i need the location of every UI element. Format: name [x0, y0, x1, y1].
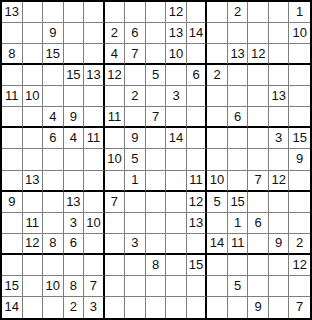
- cell-r5c6-empty[interactable]: [105, 86, 126, 107]
- cell-r1c9-given[interactable]: 12: [166, 2, 187, 23]
- cell-r11c10-given[interactable]: 13: [187, 213, 208, 234]
- cell-r5c15-empty[interactable]: [289, 86, 310, 107]
- cell-r4c14-empty[interactable]: [269, 65, 290, 86]
- cell-r2c1-empty[interactable]: [2, 23, 23, 44]
- cell-r15c4-given[interactable]: 2: [64, 297, 85, 318]
- cell-r11c12-given[interactable]: 1: [228, 213, 249, 234]
- cell-r2c3-given[interactable]: 9: [43, 23, 64, 44]
- cell-r8c14-empty[interactable]: [269, 149, 290, 170]
- cell-r10c4-given[interactable]: 13: [64, 192, 85, 213]
- cell-r6c6-given[interactable]: 11: [105, 107, 126, 128]
- cell-r14c1-given[interactable]: 15: [2, 276, 23, 297]
- cell-r4c2-empty[interactable]: [23, 65, 44, 86]
- cell-r7c11-empty[interactable]: [207, 128, 228, 149]
- cell-r15c3-empty[interactable]: [43, 297, 64, 318]
- cell-r10c11-given[interactable]: 5: [207, 192, 228, 213]
- cell-r6c1-empty[interactable]: [2, 107, 23, 128]
- cell-r9c8-empty[interactable]: [146, 171, 167, 192]
- cell-r15c9-empty[interactable]: [166, 297, 187, 318]
- cell-r14c15-empty[interactable]: [289, 276, 310, 297]
- cell-r14c10-empty[interactable]: [187, 276, 208, 297]
- cell-r3c8-empty[interactable]: [146, 44, 167, 65]
- cell-r8c7-given[interactable]: 5: [125, 149, 146, 170]
- cell-r13c6-empty[interactable]: [105, 255, 126, 276]
- cell-r10c5-empty[interactable]: [84, 192, 105, 213]
- cell-r13c9-empty[interactable]: [166, 255, 187, 276]
- cell-r8c3-empty[interactable]: [43, 149, 64, 170]
- cell-r10c12-given[interactable]: 15: [228, 192, 249, 213]
- cell-r5c5-empty[interactable]: [84, 86, 105, 107]
- cell-r3c15-empty[interactable]: [289, 44, 310, 65]
- cell-r15c7-empty[interactable]: [125, 297, 146, 318]
- cell-r7c3-given[interactable]: 6: [43, 128, 64, 149]
- cell-r2c9-given[interactable]: 13: [166, 23, 187, 44]
- cell-r2c13-empty[interactable]: [248, 23, 269, 44]
- cell-r3c7-given[interactable]: 7: [125, 44, 146, 65]
- cell-r10c14-empty[interactable]: [269, 192, 290, 213]
- cell-r7c2-empty[interactable]: [23, 128, 44, 149]
- cell-r12c3-given[interactable]: 8: [43, 234, 64, 255]
- cell-r9c2-given[interactable]: 13: [23, 171, 44, 192]
- cell-r3c5-empty[interactable]: [84, 44, 105, 65]
- cell-r12c13-empty[interactable]: [248, 234, 269, 255]
- cell-r14c8-empty[interactable]: [146, 276, 167, 297]
- cell-r10c8-empty[interactable]: [146, 192, 167, 213]
- cell-r13c14-empty[interactable]: [269, 255, 290, 276]
- cell-r5c12-empty[interactable]: [228, 86, 249, 107]
- cell-r1c7-empty[interactable]: [125, 2, 146, 23]
- cell-r11c3-empty[interactable]: [43, 213, 64, 234]
- cell-r13c7-empty[interactable]: [125, 255, 146, 276]
- cell-r14c3-given[interactable]: 10: [43, 276, 64, 297]
- cell-r4c6-given[interactable]: 12: [105, 65, 126, 86]
- cell-r15c12-empty[interactable]: [228, 297, 249, 318]
- cell-r7c5-given[interactable]: 11: [84, 128, 105, 149]
- cell-r5c1-given[interactable]: 11: [2, 86, 23, 107]
- cell-r10c10-given[interactable]: 12: [187, 192, 208, 213]
- cell-r4c10-given[interactable]: 6: [187, 65, 208, 86]
- cell-r1c15-given[interactable]: 1: [289, 2, 310, 23]
- cell-r11c5-given[interactable]: 10: [84, 213, 105, 234]
- cell-r6c4-given[interactable]: 9: [64, 107, 85, 128]
- cell-r11c9-empty[interactable]: [166, 213, 187, 234]
- cell-r13c13-empty[interactable]: [248, 255, 269, 276]
- cell-r3c6-given[interactable]: 4: [105, 44, 126, 65]
- cell-r1c12-given[interactable]: 2: [228, 2, 249, 23]
- cell-r15c8-empty[interactable]: [146, 297, 167, 318]
- cell-r6c14-empty[interactable]: [269, 107, 290, 128]
- cell-r5c7-given[interactable]: 2: [125, 86, 146, 107]
- cell-r4c7-empty[interactable]: [125, 65, 146, 86]
- cell-r6c5-empty[interactable]: [84, 107, 105, 128]
- cell-r13c2-empty[interactable]: [23, 255, 44, 276]
- cell-r12c10-empty[interactable]: [187, 234, 208, 255]
- cell-r7c9-given[interactable]: 14: [166, 128, 187, 149]
- cell-r4c4-given[interactable]: 15: [64, 65, 85, 86]
- cell-r11c6-empty[interactable]: [105, 213, 126, 234]
- cell-r10c3-empty[interactable]: [43, 192, 64, 213]
- cell-r13c1-empty[interactable]: [2, 255, 23, 276]
- cell-r1c2-empty[interactable]: [23, 2, 44, 23]
- cell-r12c7-given[interactable]: 3: [125, 234, 146, 255]
- cell-r15c6-empty[interactable]: [105, 297, 126, 318]
- cell-r14c2-empty[interactable]: [23, 276, 44, 297]
- cell-r8c12-empty[interactable]: [228, 149, 249, 170]
- cell-r1c1-given[interactable]: 13: [2, 2, 23, 23]
- cell-r4c8-given[interactable]: 5: [146, 65, 167, 86]
- cell-r15c5-given[interactable]: 3: [84, 297, 105, 318]
- cell-r7c13-empty[interactable]: [248, 128, 269, 149]
- cell-r3c14-empty[interactable]: [269, 44, 290, 65]
- cell-r3c11-empty[interactable]: [207, 44, 228, 65]
- cell-r12c15-given[interactable]: 2: [289, 234, 310, 255]
- cell-r1c6-empty[interactable]: [105, 2, 126, 23]
- cell-r10c9-empty[interactable]: [166, 192, 187, 213]
- cell-r8c15-given[interactable]: 9: [289, 149, 310, 170]
- cell-r2c4-empty[interactable]: [64, 23, 85, 44]
- cell-r15c10-empty[interactable]: [187, 297, 208, 318]
- cell-r13c11-empty[interactable]: [207, 255, 228, 276]
- cell-r8c10-empty[interactable]: [187, 149, 208, 170]
- cell-r5c3-empty[interactable]: [43, 86, 64, 107]
- cell-r9c9-empty[interactable]: [166, 171, 187, 192]
- cell-r11c1-empty[interactable]: [2, 213, 23, 234]
- cell-r13c4-empty[interactable]: [64, 255, 85, 276]
- cell-r7c15-given[interactable]: 15: [289, 128, 310, 149]
- cell-r5c4-empty[interactable]: [64, 86, 85, 107]
- cell-r6c15-empty[interactable]: [289, 107, 310, 128]
- cell-r4c3-empty[interactable]: [43, 65, 64, 86]
- cell-r13c3-empty[interactable]: [43, 255, 64, 276]
- cell-r8c11-empty[interactable]: [207, 149, 228, 170]
- cell-r9c5-empty[interactable]: [84, 171, 105, 192]
- cell-r11c15-empty[interactable]: [289, 213, 310, 234]
- cell-r14c12-given[interactable]: 5: [228, 276, 249, 297]
- cell-r4c5-given[interactable]: 13: [84, 65, 105, 86]
- cell-r3c3-given[interactable]: 15: [43, 44, 64, 65]
- cell-r8c9-empty[interactable]: [166, 149, 187, 170]
- cell-r5c8-empty[interactable]: [146, 86, 167, 107]
- cell-r2c11-empty[interactable]: [207, 23, 228, 44]
- cell-r9c13-given[interactable]: 7: [248, 171, 269, 192]
- cell-r12c14-given[interactable]: 9: [269, 234, 290, 255]
- cell-r6c11-empty[interactable]: [207, 107, 228, 128]
- cell-r3c13-given[interactable]: 12: [248, 44, 269, 65]
- cell-r6c10-empty[interactable]: [187, 107, 208, 128]
- cell-r1c8-empty[interactable]: [146, 2, 167, 23]
- cell-r2c15-given[interactable]: 10: [289, 23, 310, 44]
- cell-r10c13-empty[interactable]: [248, 192, 269, 213]
- cell-r1c5-empty[interactable]: [84, 2, 105, 23]
- cell-r4c11-given[interactable]: 2: [207, 65, 228, 86]
- cell-r5c13-empty[interactable]: [248, 86, 269, 107]
- cell-r10c2-empty[interactable]: [23, 192, 44, 213]
- cell-r4c12-empty[interactable]: [228, 65, 249, 86]
- cell-r9c10-given[interactable]: 11: [187, 171, 208, 192]
- cell-r14c14-empty[interactable]: [269, 276, 290, 297]
- cell-r12c9-empty[interactable]: [166, 234, 187, 255]
- cell-r6c9-empty[interactable]: [166, 107, 187, 128]
- cell-r14c4-given[interactable]: 8: [64, 276, 85, 297]
- cell-r11c7-empty[interactable]: [125, 213, 146, 234]
- cell-r3c4-empty[interactable]: [64, 44, 85, 65]
- cell-r7c7-given[interactable]: 9: [125, 128, 146, 149]
- cell-r2c8-empty[interactable]: [146, 23, 167, 44]
- cell-r5c11-empty[interactable]: [207, 86, 228, 107]
- cell-r4c15-empty[interactable]: [289, 65, 310, 86]
- cell-r10c1-given[interactable]: 9: [2, 192, 23, 213]
- cell-r15c15-given[interactable]: 7: [289, 297, 310, 318]
- cell-r4c9-empty[interactable]: [166, 65, 187, 86]
- cell-r11c8-empty[interactable]: [146, 213, 167, 234]
- cell-r3c9-given[interactable]: 10: [166, 44, 187, 65]
- cell-r2c6-given[interactable]: 2: [105, 23, 126, 44]
- cell-r2c14-empty[interactable]: [269, 23, 290, 44]
- cell-r14c11-empty[interactable]: [207, 276, 228, 297]
- cell-r11c4-given[interactable]: 3: [64, 213, 85, 234]
- cell-r9c1-empty[interactable]: [2, 171, 23, 192]
- cell-r1c3-empty[interactable]: [43, 2, 64, 23]
- cell-r2c2-empty[interactable]: [23, 23, 44, 44]
- cell-r12c6-empty[interactable]: [105, 234, 126, 255]
- cell-r4c1-empty[interactable]: [2, 65, 23, 86]
- cell-r2c10-given[interactable]: 14: [187, 23, 208, 44]
- cell-r12c1-empty[interactable]: [2, 234, 23, 255]
- cell-r9c3-empty[interactable]: [43, 171, 64, 192]
- cell-r3c12-given[interactable]: 13: [228, 44, 249, 65]
- cell-r9c14-given[interactable]: 12: [269, 171, 290, 192]
- cell-r6c2-empty[interactable]: [23, 107, 44, 128]
- cell-r12c4-given[interactable]: 6: [64, 234, 85, 255]
- cell-r12c11-given[interactable]: 14: [207, 234, 228, 255]
- cell-r5c2-given[interactable]: 10: [23, 86, 44, 107]
- cell-r15c14-empty[interactable]: [269, 297, 290, 318]
- cell-r14c7-empty[interactable]: [125, 276, 146, 297]
- cell-r14c5-given[interactable]: 7: [84, 276, 105, 297]
- cell-r13c5-empty[interactable]: [84, 255, 105, 276]
- cell-r13c10-given[interactable]: 15: [187, 255, 208, 276]
- cell-r14c13-empty[interactable]: [248, 276, 269, 297]
- cell-r9c15-empty[interactable]: [289, 171, 310, 192]
- cell-r15c1-given[interactable]: 14: [2, 297, 23, 318]
- cell-r12c12-given[interactable]: 11: [228, 234, 249, 255]
- cell-r1c13-empty[interactable]: [248, 2, 269, 23]
- cell-r5c10-empty[interactable]: [187, 86, 208, 107]
- cell-r8c6-given[interactable]: 10: [105, 149, 126, 170]
- cell-r7c4-given[interactable]: 4: [64, 128, 85, 149]
- cell-r6c7-empty[interactable]: [125, 107, 146, 128]
- cell-r6c3-given[interactable]: 4: [43, 107, 64, 128]
- sudoku-board: 1312219261314108154710131215131256211102…: [0, 0, 312, 320]
- sudoku-puzzle: 1312219261314108154710131215131256211102…: [0, 0, 312, 320]
- cell-r5c9-given[interactable]: 3: [166, 86, 187, 107]
- cell-r8c1-empty[interactable]: [2, 149, 23, 170]
- cell-r13c8-given[interactable]: 8: [146, 255, 167, 276]
- cell-r6c13-empty[interactable]: [248, 107, 269, 128]
- cell-r2c7-given[interactable]: 6: [125, 23, 146, 44]
- cell-r1c4-empty[interactable]: [64, 2, 85, 23]
- cell-r4c13-empty[interactable]: [248, 65, 269, 86]
- cell-r7c1-empty[interactable]: [2, 128, 23, 149]
- cell-r3c10-empty[interactable]: [187, 44, 208, 65]
- cell-r6c12-given[interactable]: 6: [228, 107, 249, 128]
- cell-r3c1-given[interactable]: 8: [2, 44, 23, 65]
- cell-r3c2-empty[interactable]: [23, 44, 44, 65]
- cell-r15c2-empty[interactable]: [23, 297, 44, 318]
- cell-r8c2-empty[interactable]: [23, 149, 44, 170]
- cell-r2c5-empty[interactable]: [84, 23, 105, 44]
- cell-r12c8-empty[interactable]: [146, 234, 167, 255]
- cell-r10c6-given[interactable]: 7: [105, 192, 126, 213]
- cell-r8c4-empty[interactable]: [64, 149, 85, 170]
- cell-r8c8-empty[interactable]: [146, 149, 167, 170]
- cell-r15c13-given[interactable]: 9: [248, 297, 269, 318]
- cell-r14c9-empty[interactable]: [166, 276, 187, 297]
- cell-r9c4-empty[interactable]: [64, 171, 85, 192]
- cell-r2c12-empty[interactable]: [228, 23, 249, 44]
- cell-r8c13-empty[interactable]: [248, 149, 269, 170]
- cell-r11c14-empty[interactable]: [269, 213, 290, 234]
- cell-r15c11-empty[interactable]: [207, 297, 228, 318]
- cell-r12c5-empty[interactable]: [84, 234, 105, 255]
- cell-r9c12-empty[interactable]: [228, 171, 249, 192]
- cell-r7c12-empty[interactable]: [228, 128, 249, 149]
- cell-r1c14-empty[interactable]: [269, 2, 290, 23]
- cell-r8c5-empty[interactable]: [84, 149, 105, 170]
- cell-r11c2-given[interactable]: 11: [23, 213, 44, 234]
- cell-r10c15-empty[interactable]: [289, 192, 310, 213]
- cell-r1c10-empty[interactable]: [187, 2, 208, 23]
- cell-r13c15-given[interactable]: 12: [289, 255, 310, 276]
- cell-r9c6-empty[interactable]: [105, 171, 126, 192]
- cell-r7c14-given[interactable]: 3: [269, 128, 290, 149]
- cell-r6c8-given[interactable]: 7: [146, 107, 167, 128]
- cell-r14c6-empty[interactable]: [105, 276, 126, 297]
- cell-r1c11-empty[interactable]: [207, 2, 228, 23]
- cell-r5c14-given[interactable]: 13: [269, 86, 290, 107]
- cell-r7c10-empty[interactable]: [187, 128, 208, 149]
- cell-r9c7-given[interactable]: 1: [125, 171, 146, 192]
- cell-r9c11-given[interactable]: 10: [207, 171, 228, 192]
- cell-r13c12-empty[interactable]: [228, 255, 249, 276]
- cell-r12c2-given[interactable]: 12: [23, 234, 44, 255]
- cell-r7c6-empty[interactable]: [105, 128, 126, 149]
- cell-r7c8-empty[interactable]: [146, 128, 167, 149]
- cell-r11c13-given[interactable]: 6: [248, 213, 269, 234]
- cell-r10c7-empty[interactable]: [125, 192, 146, 213]
- cell-r11c11-empty[interactable]: [207, 213, 228, 234]
